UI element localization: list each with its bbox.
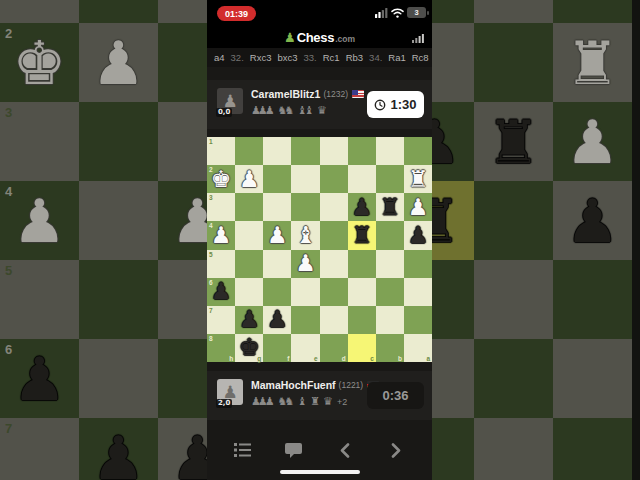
square-a6: [553, 339, 632, 418]
home-indicator[interactable]: [280, 470, 360, 474]
square-a1: [553, 0, 632, 23]
square-h2: 2♚: [0, 23, 79, 102]
square-f8[interactable]: f: [263, 334, 291, 362]
white-rook: ♜: [566, 33, 620, 93]
square-g3: [79, 102, 158, 181]
square-h7[interactable]: 7: [207, 306, 235, 334]
player-bottom-row: MamaHochFuenf (1221): [251, 379, 379, 391]
square-d1[interactable]: [320, 137, 348, 165]
white-king: ♚: [13, 33, 67, 93]
player-card-bottom: ♟ 2,0 MamaHochFuenf (1221) ♟♟♟♞♞♝♜♛+2 0:…: [207, 371, 432, 420]
captured-bishops: ♝♝: [297, 104, 314, 117]
square-h3: 3: [0, 102, 79, 181]
rank-label-7: 7: [5, 421, 12, 436]
phone-screen: 01:39 3 ♟ Chess .com: [207, 0, 432, 480]
match-score-top: 0,0: [216, 108, 232, 117]
square-b6: [474, 339, 553, 418]
rank-label-2: 2: [209, 166, 213, 173]
rank-label-5: 5: [209, 251, 213, 258]
white-pawn: ♟: [211, 224, 232, 247]
square-g5: [79, 260, 158, 339]
rank-label-4: 4: [5, 184, 12, 199]
chess-board[interactable]: 12♚♟♜3♟♜♟4♟♟♝♜♟5♟6♟7♟♟8hg♚fedcba: [207, 137, 432, 362]
chesscom-logo: ♟ Chess .com: [284, 30, 355, 45]
square-c1[interactable]: [348, 137, 376, 165]
square-a2: ♜: [553, 23, 632, 102]
move[interactable]: Rxc3: [250, 52, 272, 63]
captured-queens: ♛: [323, 395, 333, 408]
rank-label-7: 7: [209, 307, 213, 314]
captured-knights: ♞♞: [278, 395, 295, 408]
square-a3: ♟: [553, 102, 632, 181]
black-pawn: ♟: [566, 191, 620, 251]
player-rating-bottom: (1221): [339, 380, 364, 390]
white-pawn: ♟: [267, 224, 288, 247]
file-label-f: f: [287, 355, 289, 362]
square-b8[interactable]: b: [376, 334, 404, 362]
square-b3[interactable]: ♜: [376, 193, 404, 221]
rank-label-3: 3: [209, 194, 213, 201]
captured-pieces-top: ♟♟♟♞♞♝♝♛: [251, 104, 330, 117]
wifi-icon: [391, 8, 404, 18]
screenshot-root: 12♚♟♜3♟♜♟4♟♟♝♜♟5♟6♟7♟♟8hg♚fedcba 01:39 3: [0, 0, 640, 480]
move-number: 32.: [231, 52, 244, 63]
black-rook: ♜: [380, 196, 401, 219]
square-h7: 7: [0, 418, 79, 480]
clock-time-top: 1:30: [390, 97, 416, 112]
battery-level: 3: [414, 8, 418, 17]
square-h3[interactable]: 3: [207, 193, 235, 221]
connection-bars-icon: [412, 34, 424, 43]
square-b3: ♜: [474, 102, 553, 181]
square-e6[interactable]: [291, 278, 319, 306]
square-c4[interactable]: ♜: [348, 221, 376, 249]
file-label-b: b: [398, 355, 402, 362]
logo-pawn-icon: ♟: [284, 30, 296, 45]
square-f5[interactable]: [263, 250, 291, 278]
black-pawn: ♟: [351, 196, 372, 219]
square-d3[interactable]: [320, 193, 348, 221]
file-label-c: c: [370, 355, 374, 362]
square-c6[interactable]: [348, 278, 376, 306]
square-h4: 4♟: [0, 181, 79, 260]
captured-rooks: ♜: [310, 395, 320, 408]
square-g4: [79, 181, 158, 260]
rank-label-8: 8: [209, 335, 213, 342]
square-f7[interactable]: ♟: [263, 306, 291, 334]
file-label-d: d: [342, 355, 346, 362]
square-e1[interactable]: [291, 137, 319, 165]
logo-tld: .com: [335, 34, 355, 44]
square-b2: [474, 23, 553, 102]
square-g6: [79, 339, 158, 418]
square-a7[interactable]: [404, 306, 432, 334]
player-top-row: CaramelBlitz1 (1232): [251, 88, 364, 100]
black-rook: ♜: [351, 224, 372, 247]
clock-icon: [374, 99, 386, 111]
captured-knights: ♞♞: [278, 104, 295, 117]
square-e4[interactable]: ♝: [291, 221, 319, 249]
square-a4: ♟: [553, 181, 632, 260]
chat-button[interactable]: [279, 438, 309, 462]
black-pawn: ♟: [13, 349, 67, 409]
rank-label-2: 2: [5, 26, 12, 41]
square-g3[interactable]: [235, 193, 263, 221]
square-h4[interactable]: 4♟: [207, 221, 235, 249]
square-a1[interactable]: [404, 137, 432, 165]
square-d2[interactable]: [320, 165, 348, 193]
square-e2[interactable]: [291, 165, 319, 193]
square-b6[interactable]: [376, 278, 404, 306]
square-c3[interactable]: ♟: [348, 193, 376, 221]
move[interactable]: Ra1: [388, 52, 405, 63]
square-g7: ♟: [79, 418, 158, 480]
square-g4[interactable]: [235, 221, 263, 249]
move[interactable]: Rb3: [346, 52, 363, 63]
square-f1[interactable]: [263, 137, 291, 165]
battery-icon: 3: [407, 7, 426, 18]
square-e8[interactable]: e: [291, 334, 319, 362]
square-c8[interactable]: c: [348, 334, 376, 362]
square-h1: 1: [0, 0, 79, 23]
rank-label-6: 6: [209, 279, 213, 286]
square-d7[interactable]: [320, 306, 348, 334]
material-advantage: +2: [337, 397, 347, 407]
square-h5: 5: [0, 260, 79, 339]
white-pawn: ♟: [239, 168, 260, 191]
clock-bottom: 0:36: [367, 382, 424, 409]
square-h2[interactable]: 2♚: [207, 165, 235, 193]
white-rook: ♜: [408, 168, 429, 191]
move-list-bar[interactable]: a432.Rxc3bxc333.Rc1Rb334.Ra1Rc835.Ra2Rc4: [207, 48, 432, 67]
square-g1: [79, 0, 158, 23]
move[interactable]: Rc1: [323, 52, 340, 63]
move[interactable]: a4: [214, 52, 225, 63]
captured-bishops: ♝: [297, 395, 307, 408]
black-king: ♚: [239, 336, 260, 359]
square-d8[interactable]: d: [320, 334, 348, 362]
black-pawn: ♟: [211, 280, 232, 303]
square-g5[interactable]: [235, 250, 263, 278]
square-a5: [553, 260, 632, 339]
player-name-top[interactable]: CaramelBlitz1: [251, 88, 320, 100]
clock-top: 1:30: [367, 91, 424, 118]
captured-pieces-bottom: ♟♟♟♞♞♝♜♛+2: [251, 395, 347, 408]
square-e7[interactable]: [291, 306, 319, 334]
black-pawn: ♟: [239, 308, 260, 331]
white-pawn: ♟: [408, 196, 429, 219]
square-a7: [553, 418, 632, 480]
square-a4[interactable]: ♟: [404, 221, 432, 249]
next-move-button[interactable]: [381, 438, 411, 462]
square-c2[interactable]: [348, 165, 376, 193]
black-rook: ♜: [487, 112, 541, 172]
logo-bar: ♟ Chess .com: [207, 27, 432, 48]
move[interactable]: bxc3: [277, 52, 297, 63]
square-b7[interactable]: [376, 306, 404, 334]
square-c5[interactable]: [348, 250, 376, 278]
square-h8[interactable]: 8h: [207, 334, 235, 362]
square-d4[interactable]: [320, 221, 348, 249]
square-b4: [474, 181, 553, 260]
square-b7: [474, 418, 553, 480]
status-bar: 01:39 3: [207, 0, 432, 27]
black-pawn: ♟: [92, 428, 146, 480]
square-e5[interactable]: ♟: [291, 250, 319, 278]
file-label-e: e: [314, 355, 318, 362]
status-icons: 3: [375, 7, 426, 18]
square-d6[interactable]: [320, 278, 348, 306]
black-pawn: ♟: [267, 308, 288, 331]
captured-queens: ♛: [317, 104, 327, 117]
flag-us-icon: [352, 90, 364, 98]
square-g2[interactable]: ♟: [235, 165, 263, 193]
square-g2: ♟: [79, 23, 158, 102]
square-g7[interactable]: ♟: [235, 306, 263, 334]
square-d5[interactable]: [320, 250, 348, 278]
move-number: 34.: [369, 52, 382, 63]
square-h1[interactable]: 1: [207, 137, 235, 165]
rank-label-6: 6: [5, 342, 12, 357]
clock-time-bottom: 0:36: [382, 388, 408, 403]
square-h6: 6♟: [0, 339, 79, 418]
square-b5[interactable]: [376, 250, 404, 278]
move-number: 33.: [304, 52, 317, 63]
move[interactable]: Rc8: [412, 52, 429, 63]
square-b2[interactable]: [376, 165, 404, 193]
square-f4[interactable]: ♟: [263, 221, 291, 249]
white-king: ♚: [211, 168, 232, 191]
avatar-top[interactable]: ♟ 0,0: [217, 88, 243, 114]
previous-move-button[interactable]: [330, 438, 360, 462]
rank-label-5: 5: [5, 263, 12, 278]
square-h5[interactable]: 5: [207, 250, 235, 278]
file-label-a: a: [426, 355, 430, 362]
logo-brand: Chess: [297, 30, 335, 45]
square-h6[interactable]: 6♟: [207, 278, 235, 306]
player-card-top: ♟ 0,0 CaramelBlitz1 (1232) ♟♟♟♞♞♝♝♛ 1:30: [207, 80, 432, 129]
square-c7[interactable]: [348, 306, 376, 334]
rank-label-1: 1: [209, 138, 213, 145]
square-b1[interactable]: [376, 137, 404, 165]
square-e3[interactable]: [291, 193, 319, 221]
square-b1: [474, 0, 553, 23]
cellular-signal-icon: [375, 8, 388, 18]
recording-time-pill[interactable]: 01:39: [217, 6, 256, 21]
rank-label-4: 4: [209, 222, 213, 229]
square-g8[interactable]: g♚: [235, 334, 263, 362]
file-label-g: g: [257, 355, 261, 362]
rank-label-3: 3: [5, 105, 12, 120]
white-pawn: ♟: [13, 191, 67, 251]
square-a2[interactable]: ♜: [404, 165, 432, 193]
black-pawn: ♟: [408, 224, 429, 247]
square-f6[interactable]: [263, 278, 291, 306]
move-list-button[interactable]: [228, 438, 258, 462]
status-time: 01:39: [225, 9, 248, 19]
square-g6[interactable]: [235, 278, 263, 306]
square-f3[interactable]: [263, 193, 291, 221]
square-b4[interactable]: [376, 221, 404, 249]
white-bishop: ♝: [295, 224, 316, 247]
square-a6[interactable]: [404, 278, 432, 306]
square-a3[interactable]: ♟: [404, 193, 432, 221]
file-label-h: h: [229, 355, 233, 362]
white-pawn: ♟: [566, 112, 620, 172]
square-b5: [474, 260, 553, 339]
square-f2[interactable]: [263, 165, 291, 193]
bottom-nav: [207, 434, 432, 466]
player-name-bottom[interactable]: MamaHochFuenf: [251, 379, 336, 391]
white-pawn: ♟: [92, 33, 146, 93]
square-a8[interactable]: a: [404, 334, 432, 362]
square-g1[interactable]: [235, 137, 263, 165]
player-rating-top: (1232): [323, 89, 348, 99]
match-score-bottom: 2,0: [216, 399, 232, 408]
captured-pawns: ♟♟♟: [251, 395, 275, 408]
white-pawn: ♟: [295, 252, 316, 275]
captured-pawns: ♟♟♟: [251, 104, 275, 117]
square-a5[interactable]: [404, 250, 432, 278]
avatar-bottom[interactable]: ♟ 2,0: [217, 379, 243, 405]
